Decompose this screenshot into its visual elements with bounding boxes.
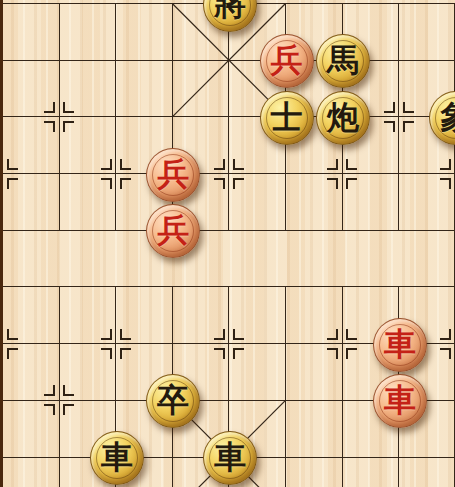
marker-arm (44, 121, 55, 132)
piece-black-horse[interactable]: 馬 (316, 34, 370, 88)
marker-arm (101, 329, 112, 340)
marker-arm (63, 404, 74, 415)
marker-arm (403, 121, 414, 132)
marker-arm (120, 159, 131, 170)
piece-black-advisor[interactable]: 士 (260, 91, 314, 145)
marker-arm (7, 329, 18, 340)
marker-arm (44, 102, 55, 113)
piece-glyph: 炮 (327, 101, 359, 133)
marker-arm (101, 159, 112, 170)
marker-arm (403, 102, 414, 113)
marker-arm (63, 385, 74, 396)
piece-glyph: 兵 (157, 158, 189, 190)
marker-arm (346, 159, 357, 170)
piece-black-chariot[interactable]: 車 (90, 431, 144, 485)
piece-glyph: 馬 (327, 44, 359, 76)
marker-arm (233, 178, 244, 189)
piece-red-chariot[interactable]: 車 (373, 374, 427, 428)
piece-red-soldier[interactable]: 兵 (260, 34, 314, 88)
marker-arm (214, 159, 225, 170)
marker-arm (233, 329, 244, 340)
board-cell (2, 457, 59, 487)
piece-glyph: 將 (214, 0, 246, 20)
marker-arm (327, 329, 338, 340)
board-cell (398, 3, 455, 60)
board-cell (2, 3, 59, 60)
board-cell (115, 3, 172, 60)
board-cell (398, 457, 455, 487)
marker-arm (233, 159, 244, 170)
marker-arm (214, 348, 225, 359)
board-cell (342, 457, 399, 487)
piece-glyph: 兵 (157, 214, 189, 246)
marker-arm (120, 348, 131, 359)
marker-arm (63, 121, 74, 132)
xiangqi-board[interactable]: 將兵馬士炮象兵兵車卒車車車 (0, 0, 455, 487)
marker-arm (101, 178, 112, 189)
marker-arm (7, 159, 18, 170)
marker-arm (440, 159, 451, 170)
piece-glyph: 兵 (271, 44, 303, 76)
marker-arm (101, 348, 112, 359)
piece-glyph: 象 (440, 101, 455, 133)
board-cell (59, 3, 116, 60)
marker-arm (327, 178, 338, 189)
piece-red-chariot[interactable]: 車 (373, 318, 427, 372)
board-cell (2, 230, 59, 287)
marker-arm (384, 102, 395, 113)
marker-arm (120, 329, 131, 340)
marker-arm (327, 348, 338, 359)
marker-arm (384, 121, 395, 132)
marker-arm (346, 329, 357, 340)
marker-arm (7, 178, 18, 189)
piece-glyph: 車 (384, 384, 416, 416)
marker-arm (346, 178, 357, 189)
marker-arm (233, 348, 244, 359)
board-cell (115, 60, 172, 117)
board-cell (342, 230, 399, 287)
board-cell (285, 230, 342, 287)
marker-arm (44, 385, 55, 396)
marker-arm (63, 102, 74, 113)
board-cell (172, 60, 229, 117)
board-cell (59, 230, 116, 287)
marker-arm (7, 348, 18, 359)
marker-arm (327, 159, 338, 170)
piece-black-chariot[interactable]: 車 (203, 431, 257, 485)
board-cell (398, 230, 455, 287)
piece-glyph: 卒 (157, 384, 189, 416)
marker-arm (214, 329, 225, 340)
piece-glyph: 車 (214, 441, 246, 473)
marker-arm (346, 348, 357, 359)
piece-red-soldier[interactable]: 兵 (146, 148, 200, 202)
piece-black-cannon[interactable]: 炮 (316, 91, 370, 145)
marker-arm (440, 329, 451, 340)
marker-arm (440, 178, 451, 189)
board-left-border (0, 0, 3, 487)
piece-glyph: 車 (384, 328, 416, 360)
board-cell (228, 230, 285, 287)
board-cell (285, 457, 342, 487)
marker-arm (120, 178, 131, 189)
marker-arm (44, 404, 55, 415)
piece-glyph: 士 (271, 101, 303, 133)
marker-arm (214, 178, 225, 189)
piece-glyph: 車 (101, 441, 133, 473)
board-cell (285, 400, 342, 457)
marker-arm (440, 348, 451, 359)
